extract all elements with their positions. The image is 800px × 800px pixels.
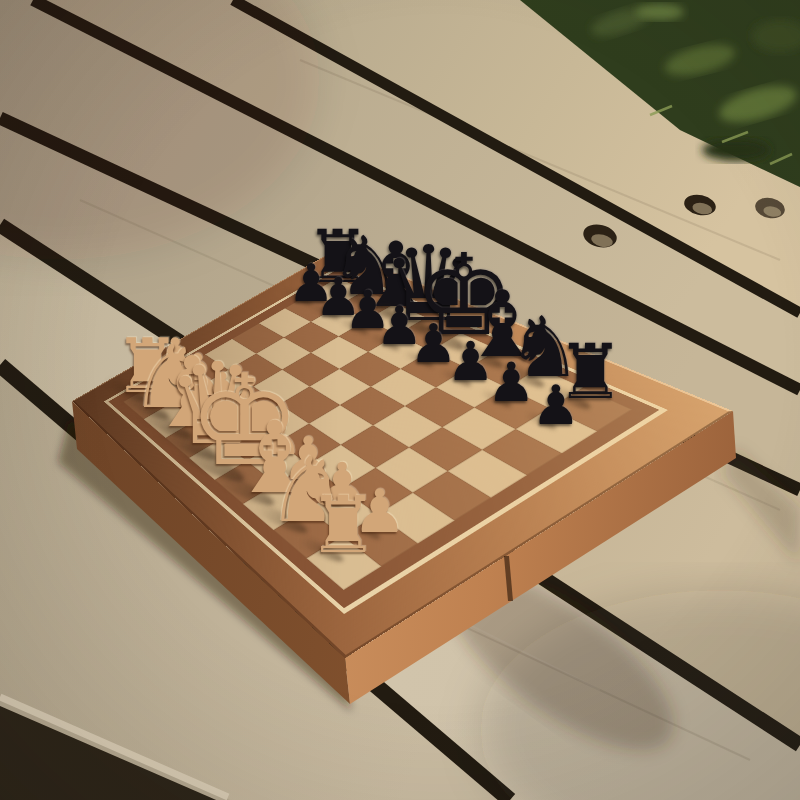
pieces-layer: ♜♞♝♛♚♝♞♜♟♟♟♟♟♟♟♟♟♟♟♟♟♟♟♟♜♞♝♛♚♝♞♜ — [0, 0, 800, 800]
black-pawn-h7[interactable]: ♟ — [531, 378, 580, 432]
photo-stage: ♜♞♝♛♚♝♞♜♟♟♟♟♟♟♟♟♟♟♟♟♟♟♟♟♜♞♝♛♚♝♞♜ — [0, 0, 800, 800]
black-pawn-g7[interactable]: ♟ — [487, 356, 536, 410]
white-rook-h1[interactable]: ♜ — [308, 486, 378, 564]
